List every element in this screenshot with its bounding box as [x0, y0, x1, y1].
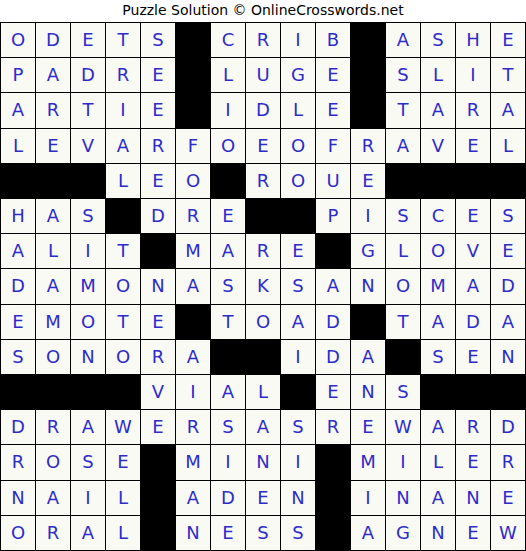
cell-r2c2: A	[36, 58, 70, 92]
cell-r2c13: L	[421, 58, 455, 92]
cell-letter: S	[432, 348, 443, 366]
cell-letter: A	[257, 418, 269, 436]
cell-letter: E	[222, 207, 233, 225]
cell-r8c14: A	[456, 269, 490, 303]
cell-r3c5: E	[141, 93, 175, 127]
cell-r11c12: S	[386, 375, 420, 409]
cell-letter: E	[292, 242, 303, 260]
cell-letter: A	[432, 418, 444, 436]
cell-letter: R	[362, 137, 375, 155]
cell-r4c12: A	[386, 129, 420, 163]
cell-letter: E	[327, 66, 338, 84]
cell-r4c1: L	[1, 129, 35, 163]
cell-r5c12	[386, 164, 420, 198]
cell-r12c3: A	[71, 410, 105, 444]
cell-r9c12: T	[386, 305, 420, 339]
cell-r3c15: A	[491, 93, 525, 127]
cell-r8c1: D	[1, 269, 35, 303]
cell-letter: A	[187, 348, 199, 366]
cell-r14c14: N	[456, 481, 490, 515]
cell-r2c10: E	[316, 58, 350, 92]
cell-letter: R	[47, 101, 60, 119]
cell-r5c1	[1, 164, 35, 198]
cell-letter: A	[397, 31, 409, 49]
cell-letter: E	[152, 313, 163, 331]
cell-letter: N	[466, 489, 479, 507]
cell-r7c4: T	[106, 234, 140, 268]
cell-letter: N	[291, 489, 304, 507]
cell-letter: E	[467, 453, 478, 471]
cell-letter: S	[222, 418, 233, 436]
cell-letter: E	[502, 489, 513, 507]
cell-r15c2: R	[36, 516, 70, 550]
cell-letter: S	[397, 383, 408, 401]
cell-letter: L	[433, 453, 443, 471]
cell-r15c10	[316, 516, 350, 550]
cell-r8c2: A	[36, 269, 70, 303]
cell-r8c4: O	[106, 269, 140, 303]
cell-r10c9: I	[281, 340, 315, 374]
cell-r10c6: A	[176, 340, 210, 374]
cell-letter: R	[187, 418, 200, 436]
cell-r11c7: A	[211, 375, 245, 409]
cell-r13c6: M	[176, 445, 210, 479]
cell-letter: G	[361, 242, 375, 260]
cell-r2c6	[176, 58, 210, 92]
cell-r7c5	[141, 234, 175, 268]
cell-r14c9: N	[281, 481, 315, 515]
cell-letter: A	[397, 137, 409, 155]
cell-r5c5: E	[141, 164, 175, 198]
cell-letter: E	[117, 453, 128, 471]
cell-r7c3: I	[71, 234, 105, 268]
cell-letter: R	[117, 66, 130, 84]
cell-r2c5: E	[141, 58, 175, 92]
cell-r10c15: N	[491, 340, 525, 374]
cell-letter: O	[11, 524, 25, 542]
cell-letter: M	[45, 313, 61, 331]
cell-r11c6: I	[176, 375, 210, 409]
cell-r9c15: A	[491, 305, 525, 339]
cell-r11c11: N	[351, 375, 385, 409]
cell-r15c6: N	[176, 516, 210, 550]
cell-r13c12: I	[386, 445, 420, 479]
cell-r14c6: A	[176, 481, 210, 515]
cell-letter: S	[222, 277, 233, 295]
cell-r5c2	[36, 164, 70, 198]
cell-r15c1: O	[1, 516, 35, 550]
cell-r9c8: O	[246, 305, 280, 339]
cell-r8c13: M	[421, 269, 455, 303]
cell-r13c5	[141, 445, 175, 479]
cell-r3c10: E	[316, 93, 350, 127]
cell-letter: P	[328, 207, 339, 225]
cell-letter: V	[467, 242, 479, 260]
cell-letter: O	[221, 137, 235, 155]
cell-letter: D	[256, 101, 270, 119]
cell-r13c8: N	[246, 445, 280, 479]
cell-r12c15: D	[491, 410, 525, 444]
cell-letter: I	[295, 348, 300, 366]
cell-letter: L	[48, 242, 58, 260]
cell-letter: A	[82, 524, 94, 542]
cell-letter: O	[431, 242, 445, 260]
cell-r5c7	[211, 164, 245, 198]
cell-r9c10: D	[316, 305, 350, 339]
cell-r9c5: E	[141, 305, 175, 339]
cell-r7c14: V	[456, 234, 490, 268]
cell-r4c4: A	[106, 129, 140, 163]
cell-letter: P	[13, 66, 24, 84]
cell-r13c13: L	[421, 445, 455, 479]
cell-r15c12: G	[386, 516, 420, 550]
cell-letter: D	[501, 277, 515, 295]
cell-letter: N	[11, 489, 24, 507]
cell-letter: E	[152, 66, 163, 84]
cell-letter: O	[116, 348, 130, 366]
cell-r9c7: T	[211, 305, 245, 339]
cell-letter: A	[117, 137, 129, 155]
cell-letter: E	[502, 242, 513, 260]
cell-letter: E	[327, 101, 338, 119]
cell-r13c7: I	[211, 445, 245, 479]
cell-r2c11	[351, 58, 385, 92]
cell-letter: T	[398, 313, 409, 331]
cell-r3c6	[176, 93, 210, 127]
cell-letter: A	[12, 242, 24, 260]
cell-r12c14: R	[456, 410, 490, 444]
cell-letter: W	[499, 524, 517, 542]
cell-letter: D	[326, 348, 340, 366]
cell-letter: A	[47, 207, 59, 225]
cell-r4c2: E	[36, 129, 70, 163]
cell-r14c7: D	[211, 481, 245, 515]
cell-letter: A	[327, 277, 339, 295]
cell-r14c2: A	[36, 481, 70, 515]
cell-r1c8: R	[246, 23, 280, 57]
cell-r5c4: L	[106, 164, 140, 198]
cell-r5c13	[421, 164, 455, 198]
cell-letter: T	[118, 31, 129, 49]
cell-letter: O	[116, 277, 130, 295]
cell-letter: C	[222, 31, 235, 49]
cell-r7c8: R	[246, 234, 280, 268]
cell-r3c12: T	[386, 93, 420, 127]
cell-r9c9: A	[281, 305, 315, 339]
cell-r8c5: N	[141, 269, 175, 303]
cell-letter: A	[47, 66, 59, 84]
cell-letter: L	[118, 172, 128, 190]
cell-r13c11: M	[351, 445, 385, 479]
cell-r1c7: C	[211, 23, 245, 57]
cell-r9c6	[176, 305, 210, 339]
cell-letter: R	[467, 101, 480, 119]
cell-letter: R	[47, 418, 60, 436]
cell-r1c4: T	[106, 23, 140, 57]
cell-letter: S	[502, 207, 513, 225]
cell-letter: E	[257, 137, 268, 155]
cell-letter: H	[11, 207, 25, 225]
cell-letter: E	[362, 418, 373, 436]
cell-r11c2	[36, 375, 70, 409]
cell-r11c9	[281, 375, 315, 409]
cell-letter: N	[361, 277, 374, 295]
cell-letter: N	[501, 348, 514, 366]
cell-r6c9	[281, 199, 315, 233]
cell-r1c10: B	[316, 23, 350, 57]
cell-letter: M	[80, 277, 96, 295]
cell-letter: I	[85, 242, 90, 260]
cell-r4c10: F	[316, 129, 350, 163]
cell-r13c2: O	[36, 445, 70, 479]
cell-r1c6	[176, 23, 210, 57]
cell-r4c5: R	[141, 129, 175, 163]
cell-r7c12: L	[386, 234, 420, 268]
cell-r13c1: R	[1, 445, 35, 479]
cell-r6c11: I	[351, 199, 385, 233]
cell-r3c2: R	[36, 93, 70, 127]
cell-r4c8: E	[246, 129, 280, 163]
cell-r2c4: R	[106, 58, 140, 92]
cell-letter: I	[365, 207, 370, 225]
cell-r8c3: M	[71, 269, 105, 303]
cell-r9c14: D	[456, 305, 490, 339]
cell-letter: K	[257, 277, 269, 295]
cell-letter: F	[328, 137, 338, 155]
cell-r11c15	[491, 375, 525, 409]
cell-letter: O	[46, 453, 60, 471]
cell-r1c12: A	[386, 23, 420, 57]
cell-r3c7: I	[211, 93, 245, 127]
cell-r12c12: W	[386, 410, 420, 444]
cell-letter: N	[256, 453, 269, 471]
cell-r11c3	[71, 375, 105, 409]
cell-letter: R	[187, 207, 200, 225]
cell-r7c1: A	[1, 234, 35, 268]
cell-letter: D	[46, 31, 60, 49]
cell-letter: C	[432, 207, 445, 225]
cell-r4c15: L	[491, 129, 525, 163]
cell-letter: S	[152, 31, 163, 49]
cell-r10c7	[211, 340, 245, 374]
cell-r4c13: V	[421, 129, 455, 163]
cell-r10c12	[386, 340, 420, 374]
cell-letter: E	[12, 313, 23, 331]
cell-letter: L	[118, 524, 128, 542]
cell-letter: I	[225, 101, 230, 119]
cell-r14c3: I	[71, 481, 105, 515]
cell-r1c13: S	[421, 23, 455, 57]
cell-r11c14	[456, 375, 490, 409]
cell-letter: O	[81, 313, 95, 331]
cell-letter: S	[82, 453, 93, 471]
cell-letter: R	[467, 418, 480, 436]
cell-r4c7: O	[211, 129, 245, 163]
cell-r6c4	[106, 199, 140, 233]
cell-r12c11: E	[351, 410, 385, 444]
cell-r7c9: E	[281, 234, 315, 268]
cell-letter: S	[397, 207, 408, 225]
page-title: Puzzle Solution © OnlineCrosswords.net	[0, 0, 526, 22]
cell-r2c15: T	[491, 58, 525, 92]
cell-letter: I	[295, 453, 300, 471]
cell-r6c13: C	[421, 199, 455, 233]
cell-r11c4	[106, 375, 140, 409]
cell-r9c2: M	[36, 305, 70, 339]
cell-letter: D	[326, 313, 340, 331]
cell-r4c14: E	[456, 129, 490, 163]
cell-r12c9: S	[281, 410, 315, 444]
cell-letter: B	[327, 31, 339, 49]
cell-r15c7: E	[211, 516, 245, 550]
cell-letter: D	[466, 313, 480, 331]
cell-letter: O	[256, 313, 270, 331]
cell-letter: L	[258, 383, 268, 401]
cell-r2c1: P	[1, 58, 35, 92]
cell-r4c9: O	[281, 129, 315, 163]
cell-letter: A	[432, 101, 444, 119]
cell-letter: E	[362, 172, 373, 190]
cell-letter: E	[467, 137, 478, 155]
cell-letter: A	[502, 101, 514, 119]
cell-r11c1	[1, 375, 35, 409]
cell-letter: N	[361, 383, 374, 401]
cell-r13c14: E	[456, 445, 490, 479]
cell-letter: I	[120, 101, 125, 119]
cell-letter: H	[466, 31, 480, 49]
cell-r2c8: U	[246, 58, 280, 92]
cell-r6c14: E	[456, 199, 490, 233]
cell-r10c14: E	[456, 340, 490, 374]
cell-r14c15: E	[491, 481, 525, 515]
cell-letter: I	[400, 453, 405, 471]
cell-r13c3: S	[71, 445, 105, 479]
cell-letter: R	[257, 31, 270, 49]
cell-r2c9: G	[281, 58, 315, 92]
cell-letter: R	[257, 172, 270, 190]
cell-letter: T	[398, 101, 409, 119]
cell-letter: D	[11, 277, 25, 295]
cell-r11c13	[421, 375, 455, 409]
cell-r8c10: A	[316, 269, 350, 303]
cell-letter: S	[292, 524, 303, 542]
cell-r5c6: O	[176, 164, 210, 198]
cell-r15c8: S	[246, 516, 280, 550]
cell-r10c10: D	[316, 340, 350, 374]
cell-letter: U	[326, 172, 339, 190]
cell-r3c13: A	[421, 93, 455, 127]
cell-r2c7: L	[211, 58, 245, 92]
cell-r5c8: R	[246, 164, 280, 198]
cell-r14c4: L	[106, 481, 140, 515]
cell-letter: N	[396, 489, 409, 507]
cell-letter: E	[152, 418, 163, 436]
cell-letter: V	[152, 383, 164, 401]
cell-letter: O	[291, 137, 305, 155]
cell-r12c7: S	[211, 410, 245, 444]
cell-r15c4: L	[106, 516, 140, 550]
cell-letter: E	[152, 172, 163, 190]
cell-r7c6: M	[176, 234, 210, 268]
cell-letter: O	[396, 277, 410, 295]
cell-r10c5: R	[141, 340, 175, 374]
cell-letter: G	[291, 66, 305, 84]
cell-letter: E	[47, 137, 58, 155]
cell-r4c6: F	[176, 129, 210, 163]
cell-r14c10	[316, 481, 350, 515]
cell-r6c10: P	[316, 199, 350, 233]
cell-letter: T	[223, 313, 234, 331]
cell-r6c7: E	[211, 199, 245, 233]
cell-letter: S	[12, 348, 23, 366]
cell-r9c3: O	[71, 305, 105, 339]
cell-letter: A	[362, 348, 374, 366]
cell-letter: I	[190, 383, 195, 401]
cell-r14c1: N	[1, 481, 35, 515]
cell-r14c5	[141, 481, 175, 515]
cell-r6c2: A	[36, 199, 70, 233]
cell-r11c8: L	[246, 375, 280, 409]
cell-r1c11	[351, 23, 385, 57]
cell-letter: A	[187, 489, 199, 507]
cell-r14c11: I	[351, 481, 385, 515]
cell-letter: E	[222, 524, 233, 542]
cell-letter: T	[118, 313, 129, 331]
cell-r4c3: V	[71, 129, 105, 163]
cell-r7c11: G	[351, 234, 385, 268]
cell-r6c8	[246, 199, 280, 233]
cell-r3c1: A	[1, 93, 35, 127]
cell-letter: A	[467, 277, 479, 295]
cell-r13c4: E	[106, 445, 140, 479]
cell-r6c1: H	[1, 199, 35, 233]
cell-r6c15: S	[491, 199, 525, 233]
cell-letter: R	[12, 453, 25, 471]
cell-r8c11: N	[351, 269, 385, 303]
cell-r2c3: D	[71, 58, 105, 92]
cell-letter: L	[118, 489, 128, 507]
cell-r7c15: E	[491, 234, 525, 268]
cell-r8c15: D	[491, 269, 525, 303]
cell-r15c5	[141, 516, 175, 550]
cell-r1c5: S	[141, 23, 175, 57]
cell-letter: A	[82, 418, 94, 436]
cell-r10c2: O	[36, 340, 70, 374]
cell-r7c7: A	[211, 234, 245, 268]
cell-letter: T	[83, 101, 94, 119]
cell-letter: O	[186, 172, 200, 190]
cell-r12c6: R	[176, 410, 210, 444]
cell-letter: E	[502, 31, 513, 49]
cell-r1c9: I	[281, 23, 315, 57]
cell-letter: D	[151, 207, 165, 225]
cell-r9c11	[351, 305, 385, 339]
cell-letter: I	[470, 66, 475, 84]
cell-r9c1: E	[1, 305, 35, 339]
cell-r12c4: W	[106, 410, 140, 444]
cell-letter: A	[47, 277, 59, 295]
cell-letter: E	[152, 101, 163, 119]
cell-letter: L	[398, 242, 408, 260]
cell-letter: T	[503, 66, 514, 84]
cell-letter: R	[152, 137, 165, 155]
cell-letter: D	[81, 66, 95, 84]
cell-letter: R	[47, 524, 60, 542]
cell-r8c7: S	[211, 269, 245, 303]
cell-r10c8	[246, 340, 280, 374]
cell-r13c9: I	[281, 445, 315, 479]
cell-letter: L	[293, 101, 303, 119]
